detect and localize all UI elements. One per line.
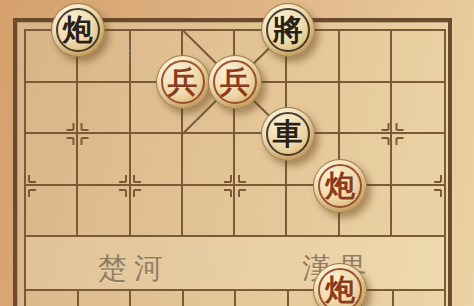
piece-black-cannon[interactable]: 炮	[51, 3, 105, 57]
grid-line-stub	[392, 290, 394, 306]
xiangqi-board-screenshot: 楚河 漢界 炮將兵兵車炮炮 com com com	[0, 0, 474, 306]
grid-line-stub	[444, 290, 446, 306]
piece-character: 炮	[314, 264, 366, 306]
grid-cell	[183, 237, 235, 289]
grid-cell	[340, 31, 392, 83]
grid-cell	[392, 83, 444, 135]
grid-cell	[392, 237, 444, 289]
grid-cell	[78, 134, 130, 186]
piece-red-soldier[interactable]: 兵	[208, 55, 262, 109]
piece-character: 將	[262, 4, 314, 56]
grid-cell	[131, 134, 183, 186]
grid-cell	[26, 237, 78, 289]
grid-cell	[78, 186, 130, 238]
grid-cell	[78, 83, 130, 135]
piece-character: 炮	[52, 4, 104, 56]
grid-cell	[26, 134, 78, 186]
grid-cell	[235, 237, 287, 289]
grid-cell	[235, 186, 287, 238]
grid-line-stub	[287, 290, 289, 306]
grid-cell	[26, 186, 78, 238]
grid-cell	[340, 83, 392, 135]
piece-character: 兵	[209, 56, 261, 108]
grid-line-stub	[77, 290, 79, 306]
piece-character: 車	[262, 108, 314, 160]
grid-cell	[131, 186, 183, 238]
piece-black-chariot[interactable]: 車	[261, 107, 315, 161]
grid-line-stub	[182, 290, 184, 306]
grid-cell	[183, 134, 235, 186]
grid-cell	[392, 134, 444, 186]
piece-red-cannon[interactable]: 炮	[313, 159, 367, 213]
grid-line-stub	[129, 290, 131, 306]
piece-character: 炮	[314, 160, 366, 212]
piece-red-soldier[interactable]: 兵	[156, 55, 210, 109]
piece-character: 兵	[157, 56, 209, 108]
grid-line-stub	[234, 290, 236, 306]
grid-line-stub	[24, 290, 26, 306]
grid-cell	[183, 186, 235, 238]
piece-black-general[interactable]: 將	[261, 3, 315, 57]
grid-cell	[392, 186, 444, 238]
grid-cell	[392, 31, 444, 83]
grid-cell	[26, 83, 78, 135]
piece-red-cannon[interactable]: 炮	[313, 263, 367, 306]
river-text-left: 楚河	[93, 249, 175, 289]
